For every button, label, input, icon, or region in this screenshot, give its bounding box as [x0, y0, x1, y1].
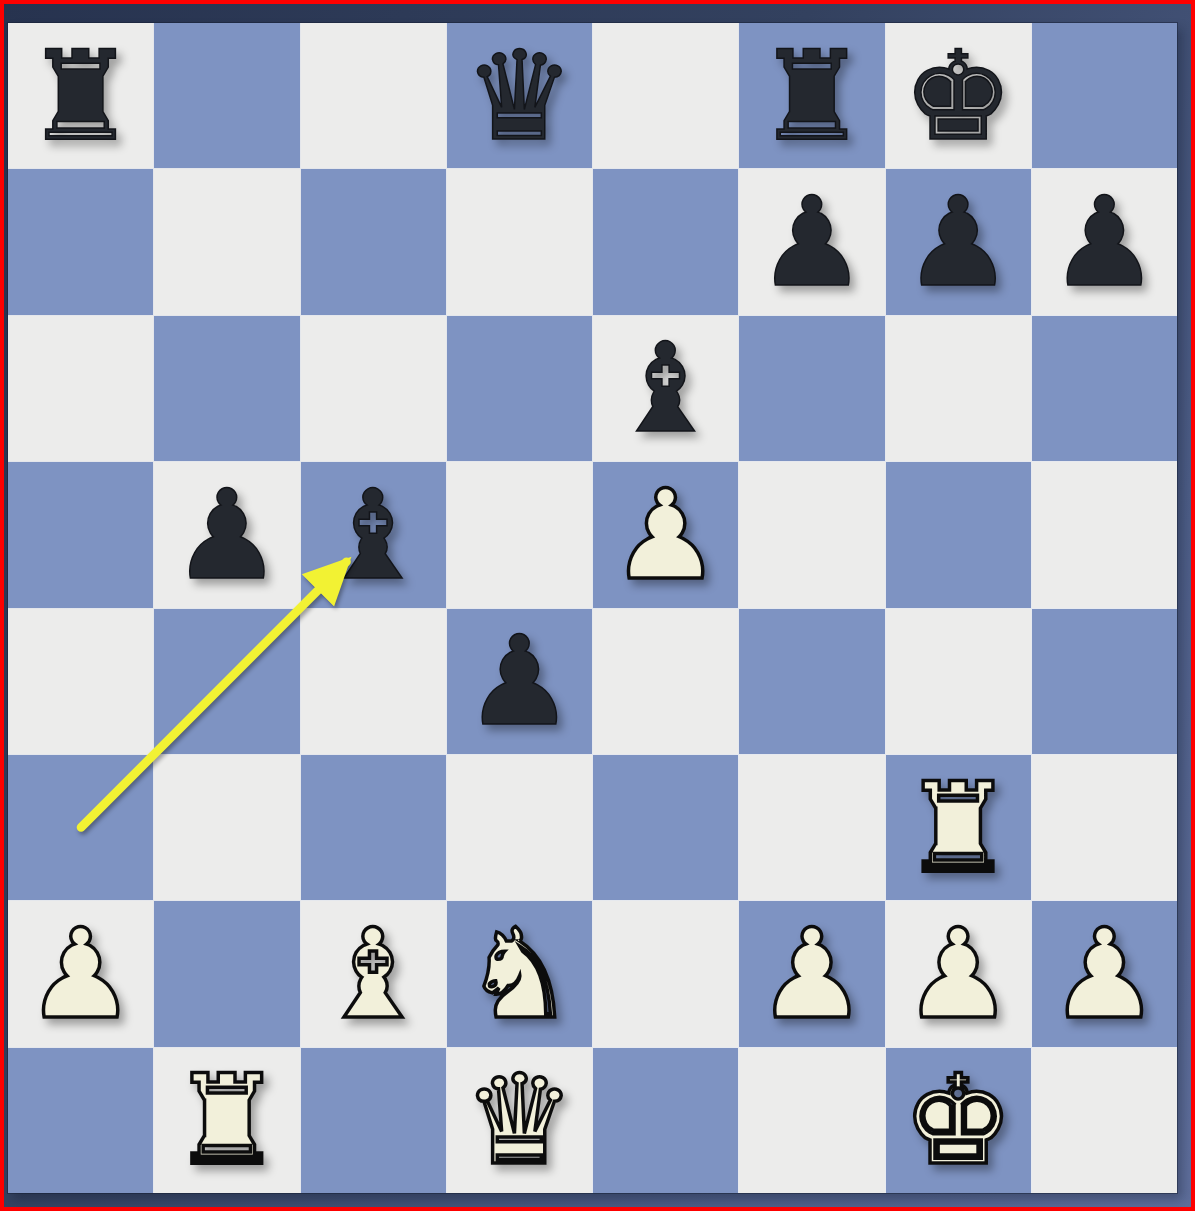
square-h2[interactable]: ♟	[1032, 901, 1177, 1046]
black-bishop[interactable]: ♝	[318, 473, 429, 597]
square-g4[interactable]	[886, 609, 1031, 754]
black-king[interactable]: ♚	[903, 34, 1014, 158]
square-b5[interactable]: ♟	[154, 462, 299, 607]
square-e2[interactable]	[593, 901, 738, 1046]
square-b3[interactable]	[154, 755, 299, 900]
black-rook[interactable]: ♜	[25, 34, 136, 158]
square-c8[interactable]	[301, 23, 446, 168]
square-h3[interactable]	[1032, 755, 1177, 900]
chess-board: ♜♛♜♚♟♟♟♝♟♝♟♟♜♟♝♞♟♟♟♜♛♚	[8, 23, 1177, 1193]
square-h4[interactable]	[1032, 609, 1177, 754]
square-d8[interactable]: ♛	[447, 23, 592, 168]
black-pawn[interactable]: ♟	[756, 180, 867, 304]
square-d4[interactable]: ♟	[447, 609, 592, 754]
square-f6[interactable]	[739, 316, 884, 461]
square-f1[interactable]	[739, 1048, 884, 1193]
white-pawn[interactable]: ♟	[903, 912, 1014, 1036]
square-c7[interactable]	[301, 169, 446, 314]
square-e8[interactable]	[593, 23, 738, 168]
square-g8[interactable]: ♚	[886, 23, 1031, 168]
square-b6[interactable]	[154, 316, 299, 461]
white-pawn[interactable]: ♟	[1049, 912, 1160, 1036]
black-bishop[interactable]: ♝	[610, 326, 721, 450]
square-d5[interactable]	[447, 462, 592, 607]
square-h6[interactable]	[1032, 316, 1177, 461]
black-pawn[interactable]: ♟	[171, 473, 282, 597]
square-f3[interactable]	[739, 755, 884, 900]
white-rook[interactable]: ♜	[903, 766, 1014, 890]
square-c1[interactable]	[301, 1048, 446, 1193]
square-a1[interactable]	[8, 1048, 153, 1193]
square-c5[interactable]: ♝	[301, 462, 446, 607]
black-pawn[interactable]: ♟	[903, 180, 1014, 304]
square-e3[interactable]	[593, 755, 738, 900]
square-c3[interactable]	[301, 755, 446, 900]
black-rook[interactable]: ♜	[756, 34, 867, 158]
square-d3[interactable]	[447, 755, 592, 900]
square-h7[interactable]: ♟	[1032, 169, 1177, 314]
square-a6[interactable]	[8, 316, 153, 461]
square-a2[interactable]: ♟	[8, 901, 153, 1046]
square-a3[interactable]	[8, 755, 153, 900]
white-queen[interactable]: ♛	[464, 1058, 575, 1182]
square-g1[interactable]: ♚	[886, 1048, 1031, 1193]
square-a4[interactable]	[8, 609, 153, 754]
square-g5[interactable]	[886, 462, 1031, 607]
square-g3[interactable]: ♜	[886, 755, 1031, 900]
square-e1[interactable]	[593, 1048, 738, 1193]
square-e5[interactable]: ♟	[593, 462, 738, 607]
square-d2[interactable]: ♞	[447, 901, 592, 1046]
square-c2[interactable]: ♝	[301, 901, 446, 1046]
square-f4[interactable]	[739, 609, 884, 754]
white-rook[interactable]: ♜	[171, 1058, 282, 1182]
black-queen[interactable]: ♛	[464, 34, 575, 158]
white-pawn[interactable]: ♟	[610, 473, 721, 597]
square-f2[interactable]: ♟	[739, 901, 884, 1046]
square-b4[interactable]	[154, 609, 299, 754]
square-a8[interactable]: ♜	[8, 23, 153, 168]
white-knight[interactable]: ♞	[464, 912, 575, 1036]
square-h8[interactable]	[1032, 23, 1177, 168]
white-pawn[interactable]: ♟	[25, 912, 136, 1036]
square-h1[interactable]	[1032, 1048, 1177, 1193]
square-e7[interactable]	[593, 169, 738, 314]
square-c6[interactable]	[301, 316, 446, 461]
black-pawn[interactable]: ♟	[464, 619, 575, 743]
square-c4[interactable]	[301, 609, 446, 754]
white-pawn[interactable]: ♟	[756, 912, 867, 1036]
square-h5[interactable]	[1032, 462, 1177, 607]
square-b2[interactable]	[154, 901, 299, 1046]
square-b7[interactable]	[154, 169, 299, 314]
square-a5[interactable]	[8, 462, 153, 607]
square-f5[interactable]	[739, 462, 884, 607]
square-d1[interactable]: ♛	[447, 1048, 592, 1193]
square-e4[interactable]	[593, 609, 738, 754]
square-e6[interactable]: ♝	[593, 316, 738, 461]
square-d6[interactable]	[447, 316, 592, 461]
black-pawn[interactable]: ♟	[1049, 180, 1160, 304]
white-bishop[interactable]: ♝	[318, 912, 429, 1036]
square-a7[interactable]	[8, 169, 153, 314]
square-b8[interactable]	[154, 23, 299, 168]
white-king[interactable]: ♚	[903, 1058, 1014, 1182]
square-g6[interactable]	[886, 316, 1031, 461]
square-d7[interactable]	[447, 169, 592, 314]
square-f8[interactable]: ♜	[739, 23, 884, 168]
square-b1[interactable]: ♜	[154, 1048, 299, 1193]
square-g7[interactable]: ♟	[886, 169, 1031, 314]
square-g2[interactable]: ♟	[886, 901, 1031, 1046]
screenshot-root: ♜♛♜♚♟♟♟♝♟♝♟♟♜♟♝♞♟♟♟♜♛♚	[0, 0, 1195, 1211]
square-f7[interactable]: ♟	[739, 169, 884, 314]
